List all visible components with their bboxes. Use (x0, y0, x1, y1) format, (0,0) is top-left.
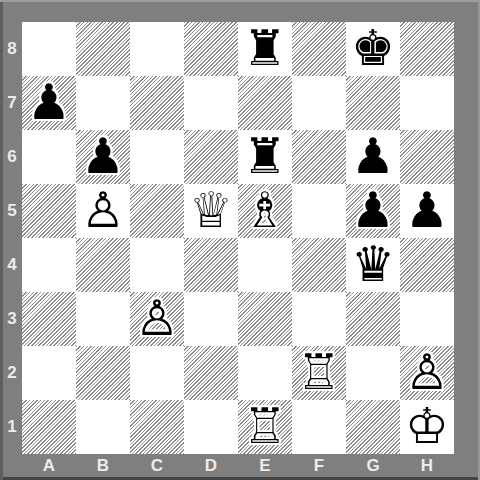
piece-white-pawn[interactable]: ♙ (81, 184, 125, 238)
square-e6[interactable]: ♜ (238, 130, 292, 184)
piece-black-pawn[interactable]: ♟ (351, 184, 395, 238)
piece-white-rook[interactable]: ♖ (297, 346, 341, 400)
square-e7[interactable] (238, 76, 292, 130)
piece-black-queen[interactable]: ♛ (351, 238, 395, 292)
square-f7[interactable] (292, 76, 346, 130)
square-b4[interactable] (76, 238, 130, 292)
file-label-a: A (22, 454, 76, 477)
square-a7[interactable]: ♟ (22, 76, 76, 130)
square-d5[interactable]: ♕ (184, 184, 238, 238)
piece-black-pawn[interactable]: ♟ (351, 130, 395, 184)
rank-label-8: 8 (2, 22, 22, 76)
square-a8[interactable] (22, 22, 76, 76)
rank-label-3: 3 (2, 292, 22, 346)
square-b5[interactable]: ♙ (76, 184, 130, 238)
file-label-g: G (346, 454, 400, 477)
square-h4[interactable] (400, 238, 454, 292)
square-b2[interactable] (76, 346, 130, 400)
piece-white-pawn[interactable]: ♙ (405, 346, 449, 400)
square-d1[interactable] (184, 400, 238, 454)
square-a6[interactable] (22, 130, 76, 184)
square-e2[interactable] (238, 346, 292, 400)
square-a3[interactable] (22, 292, 76, 346)
rank-label-4: 4 (2, 238, 22, 292)
square-c2[interactable] (130, 346, 184, 400)
file-label-f: F (292, 454, 346, 477)
square-g6[interactable]: ♟ (346, 130, 400, 184)
square-h8[interactable] (400, 22, 454, 76)
square-e5[interactable]: ♗ (238, 184, 292, 238)
piece-white-queen[interactable]: ♕ (189, 184, 233, 238)
square-a1[interactable] (22, 400, 76, 454)
square-c4[interactable] (130, 238, 184, 292)
piece-white-king[interactable]: ♔ (405, 400, 449, 454)
square-h2[interactable]: ♙ (400, 346, 454, 400)
square-d3[interactable] (184, 292, 238, 346)
square-f2[interactable]: ♖ (292, 346, 346, 400)
piece-white-bishop[interactable]: ♗ (243, 184, 287, 238)
square-d2[interactable] (184, 346, 238, 400)
rank-label-7: 7 (2, 76, 22, 130)
file-label-d: D (184, 454, 238, 477)
file-label-c: C (130, 454, 184, 477)
square-h7[interactable] (400, 76, 454, 130)
piece-black-rook[interactable]: ♜ (243, 130, 287, 184)
file-label-e: E (238, 454, 292, 477)
square-e4[interactable] (238, 238, 292, 292)
chess-diagram-window: 87654321 ♜♚♟♟♜♟♙♕♗♟♟♛♙♖♙♖♔ ABCDEFGH (0, 0, 480, 480)
rank-label-2: 2 (2, 346, 22, 400)
square-f5[interactable] (292, 184, 346, 238)
square-e1[interactable]: ♖ (238, 400, 292, 454)
piece-black-pawn[interactable]: ♟ (405, 184, 449, 238)
piece-black-pawn[interactable]: ♟ (27, 76, 71, 130)
square-h5[interactable]: ♟ (400, 184, 454, 238)
piece-black-king[interactable]: ♚ (351, 22, 395, 76)
square-b3[interactable] (76, 292, 130, 346)
square-f3[interactable] (292, 292, 346, 346)
square-b8[interactable] (76, 22, 130, 76)
square-c3[interactable]: ♙ (130, 292, 184, 346)
square-e8[interactable]: ♜ (238, 22, 292, 76)
file-label-b: B (76, 454, 130, 477)
square-d4[interactable] (184, 238, 238, 292)
square-a5[interactable] (22, 184, 76, 238)
square-g8[interactable]: ♚ (346, 22, 400, 76)
chess-board: ♜♚♟♟♜♟♙♕♗♟♟♛♙♖♙♖♔ (22, 22, 454, 454)
file-label-h: H (400, 454, 454, 477)
square-c5[interactable] (130, 184, 184, 238)
rank-label-1: 1 (2, 400, 22, 454)
rank-label-5: 5 (2, 184, 22, 238)
square-f8[interactable] (292, 22, 346, 76)
square-e3[interactable] (238, 292, 292, 346)
square-d8[interactable] (184, 22, 238, 76)
square-f6[interactable] (292, 130, 346, 184)
square-c7[interactable] (130, 76, 184, 130)
square-b1[interactable] (76, 400, 130, 454)
square-b7[interactable] (76, 76, 130, 130)
piece-white-rook[interactable]: ♖ (243, 400, 287, 454)
square-g3[interactable] (346, 292, 400, 346)
square-h6[interactable] (400, 130, 454, 184)
square-h3[interactable] (400, 292, 454, 346)
square-g5[interactable]: ♟ (346, 184, 400, 238)
square-g2[interactable] (346, 346, 400, 400)
piece-white-pawn[interactable]: ♙ (135, 292, 179, 346)
square-c8[interactable] (130, 22, 184, 76)
square-f4[interactable] (292, 238, 346, 292)
square-c1[interactable] (130, 400, 184, 454)
square-c6[interactable] (130, 130, 184, 184)
piece-black-pawn[interactable]: ♟ (81, 130, 125, 184)
square-a2[interactable] (22, 346, 76, 400)
file-labels: ABCDEFGH (22, 454, 454, 477)
square-f1[interactable] (292, 400, 346, 454)
piece-black-rook[interactable]: ♜ (243, 22, 287, 76)
rank-label-6: 6 (2, 130, 22, 184)
square-d7[interactable] (184, 76, 238, 130)
square-g1[interactable] (346, 400, 400, 454)
square-h1[interactable]: ♔ (400, 400, 454, 454)
square-b6[interactable]: ♟ (76, 130, 130, 184)
square-g7[interactable] (346, 76, 400, 130)
square-d6[interactable] (184, 130, 238, 184)
square-g4[interactable]: ♛ (346, 238, 400, 292)
rank-labels: 87654321 (2, 22, 22, 454)
square-a4[interactable] (22, 238, 76, 292)
